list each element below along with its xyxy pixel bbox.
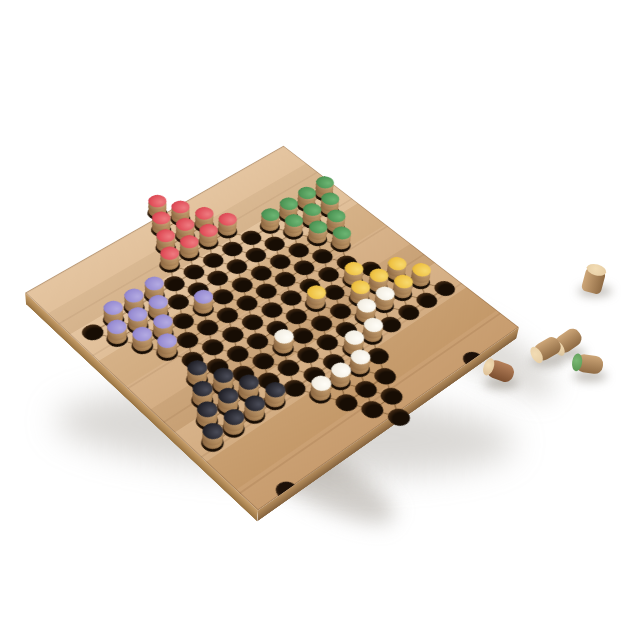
chinese-checkers-board (25, 146, 519, 511)
board-top-face (25, 146, 519, 511)
product-photo-scene (0, 0, 640, 640)
board-3d-stage (85, 123, 459, 497)
